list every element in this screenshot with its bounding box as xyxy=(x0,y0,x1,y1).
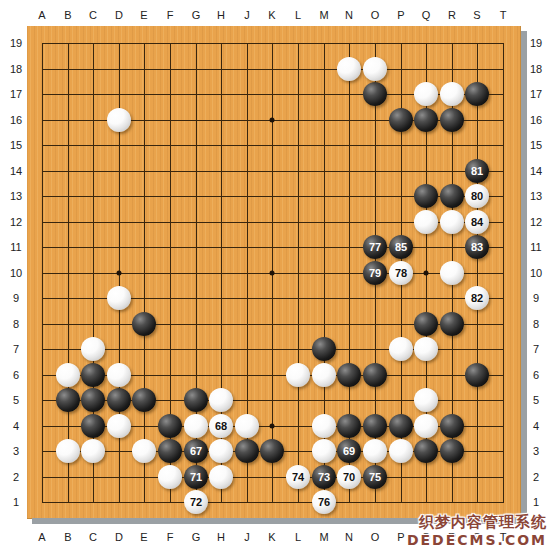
stone-black-O10: 79 xyxy=(363,261,387,285)
row-label-right: 6 xyxy=(533,369,539,381)
stone-white-L6 xyxy=(286,363,310,387)
stone-white-D4 xyxy=(107,414,131,438)
stone-black-G2: 71 xyxy=(184,465,208,489)
stone-white-P3 xyxy=(389,439,413,463)
stone-white-D6 xyxy=(107,363,131,387)
move-number: 85 xyxy=(395,242,407,253)
stone-white-H5 xyxy=(209,388,233,412)
stone-black-C5 xyxy=(81,388,105,412)
stone-black-Q8 xyxy=(414,312,438,336)
watermark: 织梦内容管理系统 DEDECMS.COM xyxy=(407,513,547,548)
stone-white-L2: 74 xyxy=(286,465,310,489)
col-label-top: D xyxy=(115,9,123,21)
stone-white-P10: 78 xyxy=(389,261,413,285)
col-label-top: T xyxy=(500,9,507,21)
stone-black-R4 xyxy=(440,414,464,438)
star-point xyxy=(117,271,122,276)
stone-black-C6 xyxy=(81,363,105,387)
col-label-top: A xyxy=(38,9,45,21)
stone-black-R13 xyxy=(440,184,464,208)
row-label-right: 14 xyxy=(530,165,542,177)
col-label-bottom: L xyxy=(295,531,301,543)
move-number: 83 xyxy=(471,242,483,253)
row-label-right: 4 xyxy=(533,420,539,432)
stone-black-D5 xyxy=(107,388,131,412)
row-label-left: 7 xyxy=(13,343,19,355)
row-label-left: 2 xyxy=(13,471,19,483)
stone-white-S9: 82 xyxy=(465,286,489,310)
col-label-bottom: P xyxy=(397,531,404,543)
stone-black-S17 xyxy=(465,82,489,106)
row-label-left: 17 xyxy=(10,88,22,100)
col-label-bottom: F xyxy=(167,531,174,543)
stone-white-P7 xyxy=(389,337,413,361)
row-label-right: 3 xyxy=(533,445,539,457)
stone-black-G3: 67 xyxy=(184,439,208,463)
move-number: 84 xyxy=(471,217,483,228)
stone-black-R3 xyxy=(440,439,464,463)
move-number: 75 xyxy=(369,472,381,483)
col-label-top: M xyxy=(319,9,328,21)
stone-white-O3 xyxy=(363,439,387,463)
col-label-bottom: K xyxy=(268,531,275,543)
stone-black-M7 xyxy=(312,337,336,361)
stone-black-F4 xyxy=(158,414,182,438)
stone-black-M2: 73 xyxy=(312,465,336,489)
row-label-left: 12 xyxy=(10,216,22,228)
stone-black-C4 xyxy=(81,414,105,438)
grid-line xyxy=(42,43,504,44)
stone-white-H4: 68 xyxy=(209,414,233,438)
row-label-right: 19 xyxy=(530,37,542,49)
stone-white-C7 xyxy=(81,337,105,361)
col-label-bottom: E xyxy=(140,531,147,543)
move-number: 68 xyxy=(215,421,227,432)
move-number: 76 xyxy=(318,497,330,508)
grid-line xyxy=(298,43,299,503)
col-label-bottom: D xyxy=(115,531,123,543)
star-point xyxy=(270,271,275,276)
stone-black-J3 xyxy=(235,439,259,463)
row-label-right: 11 xyxy=(530,241,541,253)
stone-black-N4 xyxy=(337,414,361,438)
col-label-top: B xyxy=(64,9,71,21)
grid-line xyxy=(42,69,504,70)
move-number: 81 xyxy=(471,166,483,177)
stone-black-S6 xyxy=(465,363,489,387)
stone-white-Q17 xyxy=(414,82,438,106)
move-number: 73 xyxy=(318,472,330,483)
stone-white-R12 xyxy=(440,210,464,234)
stone-black-S14: 81 xyxy=(465,159,489,183)
col-label-bottom: G xyxy=(192,531,201,543)
row-label-left: 9 xyxy=(13,292,19,304)
grid-line xyxy=(42,171,504,172)
row-label-left: 10 xyxy=(10,267,22,279)
col-label-top: N xyxy=(345,9,353,21)
row-label-left: 4 xyxy=(13,420,19,432)
col-label-top: J xyxy=(244,9,250,21)
stone-black-S11: 83 xyxy=(465,235,489,259)
row-label-right: 10 xyxy=(530,267,542,279)
stone-white-H2 xyxy=(209,465,233,489)
grid-line xyxy=(477,43,478,503)
grid-line xyxy=(503,43,504,503)
go-diagram: 织梦内容管理系统 DEDECMS.COM AABBCCDDEEFFGGHHJJK… xyxy=(0,0,550,550)
star-point xyxy=(424,271,429,276)
col-label-bottom: J xyxy=(244,531,250,543)
stone-white-R10 xyxy=(440,261,464,285)
stone-white-O18 xyxy=(363,57,387,81)
move-number: 70 xyxy=(343,472,355,483)
row-label-right: 15 xyxy=(530,139,542,151)
col-label-top: C xyxy=(89,9,97,21)
col-label-top: Q xyxy=(422,9,431,21)
grid-line xyxy=(42,502,504,503)
col-label-top: P xyxy=(397,9,404,21)
row-label-left: 6 xyxy=(13,369,19,381)
stone-black-O11: 77 xyxy=(363,235,387,259)
col-label-bottom: N xyxy=(345,531,353,543)
col-label-top: S xyxy=(473,9,480,21)
stone-white-Q4 xyxy=(414,414,438,438)
row-label-right: 5 xyxy=(533,394,539,406)
move-number: 79 xyxy=(369,268,381,279)
col-label-top: E xyxy=(140,9,147,21)
col-label-bottom: H xyxy=(217,531,225,543)
col-label-top: R xyxy=(448,9,456,21)
stone-black-N3: 69 xyxy=(337,439,361,463)
row-label-left: 14 xyxy=(10,165,22,177)
stone-black-P4 xyxy=(389,414,413,438)
row-label-right: 2 xyxy=(533,471,539,483)
stone-white-G4 xyxy=(184,414,208,438)
stone-black-P11: 85 xyxy=(389,235,413,259)
col-label-top: K xyxy=(268,9,275,21)
watermark-line1: 织梦内容管理系统 xyxy=(407,513,547,532)
col-label-top: H xyxy=(217,9,225,21)
row-label-left: 5 xyxy=(13,394,19,406)
move-number: 72 xyxy=(190,497,202,508)
stone-black-G5 xyxy=(184,388,208,412)
board-shadow-right xyxy=(521,31,527,520)
col-label-top: L xyxy=(295,9,301,21)
stone-black-O2: 75 xyxy=(363,465,387,489)
stone-black-P16 xyxy=(389,108,413,132)
stone-white-E3 xyxy=(132,439,156,463)
stone-white-M1: 76 xyxy=(312,490,336,514)
row-label-right: 16 xyxy=(530,114,542,126)
move-number: 67 xyxy=(190,446,202,457)
stone-white-M3 xyxy=(312,439,336,463)
stone-white-M6 xyxy=(312,363,336,387)
row-label-right: 18 xyxy=(530,63,542,75)
stone-white-Q5 xyxy=(414,388,438,412)
stone-white-M4 xyxy=(312,414,336,438)
row-label-left: 11 xyxy=(10,241,21,253)
grid-line xyxy=(42,145,504,146)
stone-white-D16 xyxy=(107,108,131,132)
stone-black-O4 xyxy=(363,414,387,438)
stone-white-R17 xyxy=(440,82,464,106)
row-label-left: 16 xyxy=(10,114,22,126)
watermark-line2: DEDECMS.COM xyxy=(407,532,547,548)
row-label-right: 17 xyxy=(530,88,542,100)
move-number: 78 xyxy=(395,268,407,279)
move-number: 69 xyxy=(343,446,355,457)
star-point xyxy=(270,118,275,123)
move-number: 77 xyxy=(369,242,381,253)
row-label-right: 1 xyxy=(533,496,539,508)
stone-black-K3 xyxy=(260,439,284,463)
move-number: 71 xyxy=(190,472,202,483)
col-label-bottom: B xyxy=(64,531,71,543)
stone-black-F3 xyxy=(158,439,182,463)
col-label-top: O xyxy=(371,9,380,21)
stone-black-Q16 xyxy=(414,108,438,132)
stone-white-Q7 xyxy=(414,337,438,361)
stone-black-E8 xyxy=(132,312,156,336)
col-label-top: G xyxy=(192,9,201,21)
stone-white-B3 xyxy=(56,439,80,463)
grid-line xyxy=(42,247,504,248)
row-label-left: 13 xyxy=(10,190,22,202)
row-label-right: 8 xyxy=(533,318,539,330)
stone-black-R8 xyxy=(440,312,464,336)
stone-black-E5 xyxy=(132,388,156,412)
row-label-left: 1 xyxy=(13,496,19,508)
row-label-left: 8 xyxy=(13,318,19,330)
col-label-top: F xyxy=(167,9,174,21)
row-label-right: 12 xyxy=(530,216,542,228)
stone-white-Q12 xyxy=(414,210,438,234)
move-number: 80 xyxy=(471,191,483,202)
move-number: 82 xyxy=(471,293,483,304)
col-label-bottom: C xyxy=(89,531,97,543)
col-label-bottom: A xyxy=(38,531,45,543)
stone-white-H3 xyxy=(209,439,233,463)
stone-black-O17 xyxy=(363,82,387,106)
stone-black-Q13 xyxy=(414,184,438,208)
stone-white-S13: 80 xyxy=(465,184,489,208)
stone-white-N2: 70 xyxy=(337,465,361,489)
stone-black-B5 xyxy=(56,388,80,412)
stone-white-B6 xyxy=(56,363,80,387)
stone-black-O6 xyxy=(363,363,387,387)
stone-white-S12: 84 xyxy=(465,210,489,234)
row-label-right: 9 xyxy=(533,292,539,304)
stone-white-D9 xyxy=(107,286,131,310)
row-label-right: 7 xyxy=(533,343,539,355)
stone-black-N6 xyxy=(337,363,361,387)
stone-white-G1: 72 xyxy=(184,490,208,514)
star-point xyxy=(270,424,275,429)
stone-white-F2 xyxy=(158,465,182,489)
row-label-left: 15 xyxy=(10,139,22,151)
row-label-left: 18 xyxy=(10,63,22,75)
stone-white-N18 xyxy=(337,57,361,81)
stone-black-R16 xyxy=(440,108,464,132)
col-label-bottom: M xyxy=(319,531,328,543)
stone-white-J4 xyxy=(235,414,259,438)
row-label-right: 13 xyxy=(530,190,542,202)
stone-black-Q3 xyxy=(414,439,438,463)
move-number: 74 xyxy=(292,472,304,483)
grid-line xyxy=(42,477,504,478)
row-label-left: 19 xyxy=(10,37,22,49)
row-label-left: 3 xyxy=(13,445,19,457)
col-label-bottom: O xyxy=(371,531,380,543)
stone-white-C3 xyxy=(81,439,105,463)
